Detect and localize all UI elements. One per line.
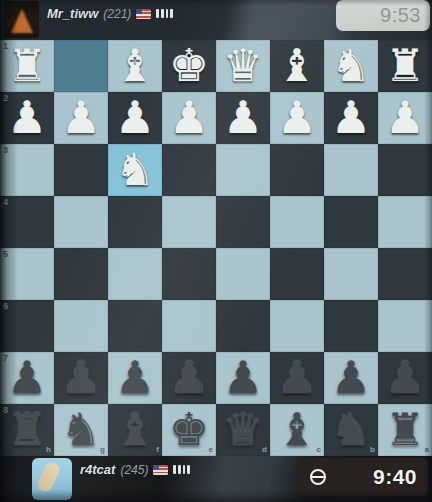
white-rook: ♜ [0, 40, 54, 92]
black-pawn: ♟ [108, 352, 162, 404]
square-e6[interactable] [162, 300, 216, 352]
square-e2[interactable]: ♟ [162, 92, 216, 144]
square-g8[interactable]: g♞ [54, 404, 108, 456]
top-player-avatar[interactable] [4, 1, 39, 38]
square-d3[interactable] [216, 144, 270, 196]
white-pawn: ♟ [378, 92, 432, 144]
file-label: a [425, 446, 429, 454]
chess-board[interactable]: 1♜♝♚♛♝♞♜2♟♟♟♟♟♟♟♟3♞4567♟♟♟♟♟♟♟♟8h♜g♞f♝e♚… [0, 40, 432, 456]
square-b6[interactable] [324, 300, 378, 352]
square-b2[interactable]: ♟ [324, 92, 378, 144]
black-bishop: ♝ [108, 404, 162, 456]
square-c2[interactable]: ♟ [270, 92, 324, 144]
square-f2[interactable]: ♟ [108, 92, 162, 144]
square-a2[interactable]: ♟ [378, 92, 432, 144]
white-bishop: ♝ [108, 40, 162, 92]
black-pawn: ♟ [216, 352, 270, 404]
black-pawn: ♟ [0, 352, 54, 404]
league-badge-icon [156, 9, 172, 18]
square-f3[interactable]: ♞ [108, 144, 162, 196]
square-a8[interactable]: a♜ [378, 404, 432, 456]
square-e4[interactable] [162, 196, 216, 248]
white-pawn: ♟ [54, 92, 108, 144]
square-h7[interactable]: 7♟ [0, 352, 54, 404]
white-king: ♚ [162, 40, 216, 92]
square-f5[interactable] [108, 248, 162, 300]
rank-label: 5 [3, 250, 8, 259]
white-bishop: ♝ [270, 40, 324, 92]
black-pawn: ♟ [162, 352, 216, 404]
square-e5[interactable] [162, 248, 216, 300]
white-pawn: ♟ [270, 92, 324, 144]
top-player-rating: (221) [103, 7, 131, 21]
square-b3[interactable] [324, 144, 378, 196]
square-c7[interactable]: ♟ [270, 352, 324, 404]
square-b4[interactable] [324, 196, 378, 248]
square-h5[interactable]: 5 [0, 248, 54, 300]
white-knight: ♞ [108, 144, 162, 196]
square-f6[interactable] [108, 300, 162, 352]
square-d2[interactable]: ♟ [216, 92, 270, 144]
square-a6[interactable] [378, 300, 432, 352]
file-label: d [262, 446, 267, 454]
rank-label: 3 [3, 146, 8, 155]
square-g2[interactable]: ♟ [54, 92, 108, 144]
square-h8[interactable]: 8h♜ [0, 404, 54, 456]
square-g3[interactable] [54, 144, 108, 196]
square-g4[interactable] [54, 196, 108, 248]
clock-icon [310, 469, 326, 485]
white-pawn: ♟ [216, 92, 270, 144]
square-b7[interactable]: ♟ [324, 352, 378, 404]
square-h6[interactable]: 6 [0, 300, 54, 352]
rank-label: 4 [3, 198, 8, 207]
black-pawn: ♟ [270, 352, 324, 404]
file-label: f [156, 446, 159, 454]
square-e1[interactable]: ♚ [162, 40, 216, 92]
white-rook: ♜ [378, 40, 432, 92]
square-a4[interactable] [378, 196, 432, 248]
square-d5[interactable] [216, 248, 270, 300]
file-label: b [370, 446, 375, 454]
white-pawn: ♟ [108, 92, 162, 144]
square-g6[interactable] [54, 300, 108, 352]
file-label: h [46, 446, 51, 454]
square-d8[interactable]: d♛ [216, 404, 270, 456]
us-flag-icon [153, 465, 168, 475]
square-a1[interactable]: ♜ [378, 40, 432, 92]
square-c5[interactable] [270, 248, 324, 300]
square-c4[interactable] [270, 196, 324, 248]
white-pawn: ♟ [162, 92, 216, 144]
bottom-player-avatar[interactable] [32, 458, 72, 500]
square-d6[interactable] [216, 300, 270, 352]
bottom-player-clock: 9:40 [296, 458, 428, 496]
rank-label: 6 [3, 302, 8, 311]
square-g5[interactable] [54, 248, 108, 300]
square-a7[interactable]: ♟ [378, 352, 432, 404]
square-b5[interactable] [324, 248, 378, 300]
top-clock-time: 9:53 [380, 4, 421, 27]
square-c8[interactable]: c♝ [270, 404, 324, 456]
square-a3[interactable] [378, 144, 432, 196]
square-e3[interactable] [162, 144, 216, 196]
square-b8[interactable]: b♞ [324, 404, 378, 456]
square-d1[interactable]: ♛ [216, 40, 270, 92]
file-label: e [209, 446, 213, 454]
square-f7[interactable]: ♟ [108, 352, 162, 404]
rank-label: 1 [3, 42, 8, 51]
square-f4[interactable] [108, 196, 162, 248]
file-label: c [317, 446, 321, 454]
white-knight: ♞ [324, 40, 378, 92]
square-g7[interactable]: ♟ [54, 352, 108, 404]
bottom-player-rating: (245) [120, 463, 148, 477]
game-screen: Mr_tiww (221) 9:53 1♜♝♚♛♝♞♜2♟♟♟♟♟♟♟♟3♞45… [0, 0, 432, 502]
top-player-name[interactable]: Mr_tiww [47, 6, 98, 21]
square-f1[interactable]: ♝ [108, 40, 162, 92]
square-e7[interactable]: ♟ [162, 352, 216, 404]
bottom-player-name[interactable]: r4tcat [80, 462, 115, 477]
white-queen: ♛ [216, 40, 270, 92]
top-player-clock: 9:53 [336, 0, 430, 31]
white-pawn: ♟ [0, 92, 54, 144]
square-h3[interactable]: 3 [0, 144, 54, 196]
black-pawn: ♟ [54, 352, 108, 404]
square-f8[interactable]: f♝ [108, 404, 162, 456]
black-pawn: ♟ [324, 352, 378, 404]
square-h4[interactable]: 4 [0, 196, 54, 248]
bottom-clock-time: 9:40 [373, 465, 417, 489]
rank-label: 7 [3, 354, 8, 363]
file-label: g [100, 446, 105, 454]
us-flag-icon [136, 9, 151, 19]
white-pawn: ♟ [324, 92, 378, 144]
square-g1[interactable] [54, 40, 108, 92]
rank-label: 8 [3, 406, 8, 415]
square-b1[interactable]: ♞ [324, 40, 378, 92]
square-c6[interactable] [270, 300, 324, 352]
square-h1[interactable]: 1♜ [0, 40, 54, 92]
black-pawn: ♟ [378, 352, 432, 404]
square-h2[interactable]: 2♟ [0, 92, 54, 144]
square-c1[interactable]: ♝ [270, 40, 324, 92]
square-d4[interactable] [216, 196, 270, 248]
rank-label: 2 [3, 94, 8, 103]
square-a5[interactable] [378, 248, 432, 300]
league-badge-icon [173, 465, 189, 474]
square-c3[interactable] [270, 144, 324, 196]
square-e8[interactable]: e♚ [162, 404, 216, 456]
square-d7[interactable]: ♟ [216, 352, 270, 404]
